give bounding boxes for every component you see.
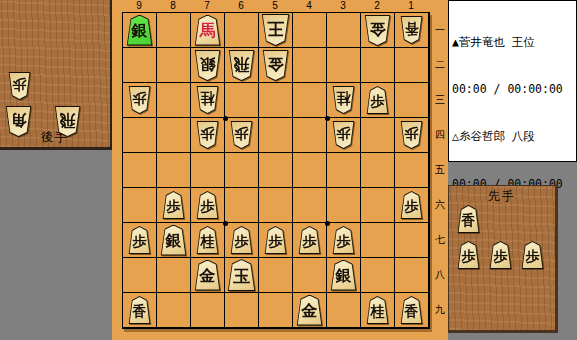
square-5-1[interactable]: 王 [259, 13, 293, 48]
square-9-8[interactable] [123, 258, 157, 293]
square-5-7[interactable]: 歩 [259, 223, 293, 258]
square-9-4[interactable] [123, 118, 157, 153]
lance-glyph: 香 [400, 16, 423, 44]
square-1-4[interactable]: 歩 [395, 118, 429, 153]
pawn-glyph: 歩 [332, 121, 355, 149]
piece-pawn-sente[interactable]: 歩 [298, 226, 321, 254]
piece-pawn-gote[interactable]: 歩 [400, 121, 423, 149]
piece-pawn-sente[interactable]: 歩 [366, 86, 389, 114]
piece-pawn-sente[interactable]: 歩 [332, 226, 355, 254]
square-1-1[interactable]: 香 [395, 13, 429, 48]
square-2-4[interactable] [361, 118, 395, 153]
piece-silver-sente[interactable]: 銀 [126, 15, 153, 46]
pawn-glyph: 歩 [366, 86, 389, 114]
piece-pawn-gote[interactable]: 歩 [230, 121, 253, 149]
square-4-9[interactable]: 金 [293, 293, 327, 328]
piece-pawn-sente[interactable]: 歩 [400, 191, 423, 219]
square-2-9[interactable]: 桂 [361, 293, 395, 328]
piece-rook-gote[interactable]: 飛 [54, 106, 81, 137]
piece-pawn-sente[interactable]: 歩 [162, 191, 185, 219]
square-1-9[interactable]: 香 [395, 293, 429, 328]
piece-pawn-sente[interactable]: 歩 [230, 226, 253, 254]
square-9-2[interactable] [123, 48, 157, 83]
knight-glyph: 桂 [332, 86, 355, 114]
board-panel: 987654321 一二三四五六七八九 銀馬王金香銀飛金歩桂桂歩歩歩歩歩歩歩歩歩… [112, 0, 448, 340]
square-7-3[interactable]: 桂 [191, 83, 225, 118]
square-4-4[interactable] [293, 118, 327, 153]
square-3-6[interactable] [327, 188, 361, 223]
piece-knight-sente[interactable]: 桂 [366, 296, 389, 324]
square-9-5[interactable] [123, 153, 157, 188]
silver-glyph: 銀 [160, 225, 187, 256]
lance-glyph: 香 [400, 296, 423, 324]
piece-lance-gote[interactable]: 香 [400, 16, 423, 44]
piece-gold-sente[interactable]: 金 [296, 295, 323, 326]
square-7-2[interactable]: 銀 [191, 48, 225, 83]
square-6-5[interactable] [225, 153, 259, 188]
horse-glyph: 馬 [194, 15, 221, 46]
square-5-9[interactable] [259, 293, 293, 328]
silver-glyph: 銀 [194, 50, 221, 81]
piece-pawn-gote[interactable]: 歩 [332, 121, 355, 149]
file-label-4: 4 [292, 0, 326, 12]
rank-label-3: 三 [432, 82, 448, 117]
square-2-8[interactable] [361, 258, 395, 293]
square-6-8[interactable]: 玉 [225, 258, 259, 293]
piece-gold-gote[interactable]: 金 [364, 15, 391, 46]
square-4-5[interactable] [293, 153, 327, 188]
piece-knight-sente[interactable]: 桂 [196, 226, 219, 254]
file-label-5: 5 [258, 0, 292, 12]
square-5-2[interactable]: 金 [259, 48, 293, 83]
square-5-8[interactable] [259, 258, 293, 293]
pawn-glyph: 歩 [128, 226, 151, 254]
rank-label-9: 九 [432, 292, 448, 327]
lance-glyph: 香 [128, 296, 151, 324]
piece-lance-sente[interactable]: 香 [128, 296, 151, 324]
pawn-glyph: 歩 [298, 226, 321, 254]
square-1-3[interactable] [395, 83, 429, 118]
piece-rook-gote[interactable]: 飛 [228, 50, 255, 81]
square-1-2[interactable] [395, 48, 429, 83]
bishop-glyph: 角 [5, 106, 32, 137]
square-7-4[interactable]: 歩 [191, 118, 225, 153]
square-6-7[interactable]: 歩 [225, 223, 259, 258]
piece-king-gote[interactable]: 王 [261, 14, 290, 46]
rank-label-7: 七 [432, 222, 448, 257]
lance-glyph: 香 [457, 205, 480, 233]
square-4-6[interactable] [293, 188, 327, 223]
square-9-3[interactable]: 歩 [123, 83, 157, 118]
komadai-sente: 先手 香歩歩歩 [448, 185, 558, 333]
piece-pawn-gote[interactable]: 歩 [8, 72, 31, 100]
square-6-1[interactable] [225, 13, 259, 48]
pawn-glyph: 歩 [489, 241, 512, 269]
silver-glyph: 銀 [126, 15, 153, 46]
pawn-glyph: 歩 [400, 121, 423, 149]
square-5-4[interactable] [259, 118, 293, 153]
square-2-7[interactable] [361, 223, 395, 258]
piece-pawn-sente[interactable]: 歩 [457, 241, 480, 269]
knight-glyph: 桂 [196, 226, 219, 254]
pawn-glyph: 歩 [162, 191, 185, 219]
rank-label-8: 八 [432, 257, 448, 292]
rank-labels: 一二三四五六七八九 [432, 12, 448, 327]
pawn-glyph: 歩 [196, 121, 219, 149]
piece-pawn-gote[interactable]: 歩 [196, 121, 219, 149]
pawn-glyph: 歩 [230, 226, 253, 254]
square-6-6[interactable] [225, 188, 259, 223]
square-4-7[interactable]: 歩 [293, 223, 327, 258]
square-8-2[interactable] [157, 48, 191, 83]
gold-glyph: 金 [296, 295, 323, 326]
square-3-7[interactable]: 歩 [327, 223, 361, 258]
piece-knight-gote[interactable]: 桂 [332, 86, 355, 114]
pawn-glyph: 歩 [521, 241, 544, 269]
piece-silver-sente[interactable]: 銀 [160, 225, 187, 256]
rook-glyph: 飛 [54, 106, 81, 137]
square-2-2[interactable] [361, 48, 395, 83]
piece-knight-gote[interactable]: 桂 [196, 86, 219, 114]
gold-glyph: 金 [262, 50, 289, 81]
square-5-3[interactable] [259, 83, 293, 118]
square-1-7[interactable] [395, 223, 429, 258]
rank-label-4: 四 [432, 117, 448, 152]
square-3-3[interactable]: 桂 [327, 83, 361, 118]
file-label-7: 7 [190, 0, 224, 12]
square-9-1[interactable]: 銀 [123, 13, 157, 48]
rook-glyph: 飛 [228, 50, 255, 81]
piece-gold-gote[interactable]: 金 [262, 50, 289, 81]
piece-pawn-sente[interactable]: 歩 [196, 191, 219, 219]
square-6-4[interactable]: 歩 [225, 118, 259, 153]
sente-label: 先手 [449, 188, 555, 205]
square-2-3[interactable]: 歩 [361, 83, 395, 118]
square-9-6[interactable] [123, 188, 157, 223]
rank-label-2: 二 [432, 47, 448, 82]
file-label-6: 6 [224, 0, 258, 12]
square-6-2[interactable]: 飛 [225, 48, 259, 83]
file-label-9: 9 [122, 0, 156, 12]
silver-glyph: 銀 [330, 260, 357, 291]
square-2-5[interactable] [361, 153, 395, 188]
piece-king-sente[interactable]: 玉 [227, 259, 256, 291]
square-4-2[interactable] [293, 48, 327, 83]
square-3-1[interactable] [327, 13, 361, 48]
rank-label-6: 六 [432, 187, 448, 222]
square-2-1[interactable]: 金 [361, 13, 395, 48]
gold-glyph: 金 [364, 15, 391, 46]
square-8-4[interactable] [157, 118, 191, 153]
square-3-2[interactable] [327, 48, 361, 83]
square-7-8[interactable]: 金 [191, 258, 225, 293]
piece-gold-sente[interactable]: 金 [194, 260, 221, 291]
square-3-9[interactable] [327, 293, 361, 328]
square-1-6[interactable]: 歩 [395, 188, 429, 223]
file-label-8: 8 [156, 0, 190, 12]
square-7-1[interactable]: 馬 [191, 13, 225, 48]
square-8-1[interactable] [157, 13, 191, 48]
square-3-5[interactable] [327, 153, 361, 188]
square-6-3[interactable] [225, 83, 259, 118]
piece-silver-sente[interactable]: 銀 [330, 260, 357, 291]
square-8-7[interactable]: 銀 [157, 223, 191, 258]
piece-pawn-gote[interactable]: 歩 [128, 86, 151, 114]
square-7-7[interactable]: 桂 [191, 223, 225, 258]
square-3-8[interactable]: 銀 [327, 258, 361, 293]
piece-lance-sente[interactable]: 香 [457, 205, 480, 233]
rank-label-5: 五 [432, 152, 448, 187]
piece-horse-sente[interactable]: 馬 [194, 15, 221, 46]
gold-glyph: 金 [194, 260, 221, 291]
square-7-6[interactable]: 歩 [191, 188, 225, 223]
file-labels: 987654321 [122, 0, 428, 12]
rank-label-1: 一 [432, 12, 448, 47]
pawn-glyph: 歩 [264, 226, 287, 254]
piece-pawn-sente[interactable]: 歩 [489, 241, 512, 269]
square-1-8[interactable] [395, 258, 429, 293]
square-5-5[interactable] [259, 153, 293, 188]
king-glyph: 王 [261, 14, 290, 46]
pawn-glyph: 歩 [457, 241, 480, 269]
square-4-3[interactable] [293, 83, 327, 118]
file-label-2: 2 [360, 0, 394, 12]
square-7-9[interactable] [191, 293, 225, 328]
komadai-gote: 後手 歩角飛 [0, 0, 113, 150]
piece-lance-sente[interactable]: 香 [400, 296, 423, 324]
knight-glyph: 桂 [196, 86, 219, 114]
square-8-8[interactable] [157, 258, 191, 293]
piece-bishop-gote[interactable]: 角 [5, 106, 32, 137]
square-1-5[interactable] [395, 153, 429, 188]
square-2-6[interactable] [361, 188, 395, 223]
square-7-5[interactable] [191, 153, 225, 188]
king-glyph: 玉 [227, 259, 256, 291]
pawn-glyph: 歩 [128, 86, 151, 114]
square-3-4[interactable]: 歩 [327, 118, 361, 153]
piece-pawn-sente[interactable]: 歩 [128, 226, 151, 254]
file-label-1: 1 [394, 0, 428, 12]
square-8-9[interactable] [157, 293, 191, 328]
time-sente: 00:00 / 00:00:00 [452, 82, 573, 98]
player-gote: △糸谷哲郎 八段 [452, 129, 573, 145]
kifu-viewer-window: { "game": "shogi", "position": { "sfen":… [0, 0, 577, 340]
square-4-1[interactable] [293, 13, 327, 48]
square-8-5[interactable] [157, 153, 191, 188]
square-9-9[interactable]: 香 [123, 293, 157, 328]
pawn-glyph: 歩 [400, 191, 423, 219]
square-9-7[interactable]: 歩 [123, 223, 157, 258]
square-8-3[interactable] [157, 83, 191, 118]
pawn-glyph: 歩 [196, 191, 219, 219]
player-sente: ▲菅井竜也 王位 [452, 35, 573, 51]
knight-glyph: 桂 [366, 296, 389, 324]
shogi-board-grid: 銀馬王金香銀飛金歩桂桂歩歩歩歩歩歩歩歩歩銀桂歩歩歩歩金玉銀香金桂香 [122, 12, 430, 329]
pawn-glyph: 歩 [8, 72, 31, 100]
square-4-8[interactable] [293, 258, 327, 293]
piece-pawn-sente[interactable]: 歩 [264, 226, 287, 254]
square-5-6[interactable] [259, 188, 293, 223]
pawn-glyph: 歩 [332, 226, 355, 254]
square-8-6[interactable]: 歩 [157, 188, 191, 223]
piece-pawn-sente[interactable]: 歩 [521, 241, 544, 269]
pawn-glyph: 歩 [230, 121, 253, 149]
file-label-3: 3 [326, 0, 360, 12]
info-panel: ▲菅井竜也 王位 00:00 / 00:00:00 △糸谷哲郎 八段 00:00… [448, 0, 577, 162]
square-6-9[interactable] [225, 293, 259, 328]
piece-silver-gote[interactable]: 銀 [194, 50, 221, 81]
